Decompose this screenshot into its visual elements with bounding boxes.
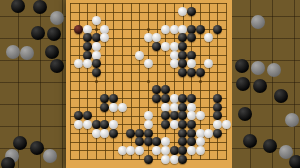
- stone-white: [92, 42, 101, 51]
- stone-black: [213, 94, 222, 103]
- stone-black: [178, 146, 187, 155]
- dimmed-black-stone: [30, 141, 44, 155]
- stone-white: [100, 129, 109, 138]
- stone-black: [83, 42, 92, 51]
- stone-white: [170, 94, 179, 103]
- stone-black: [187, 51, 196, 60]
- stone-black-marked: [74, 25, 83, 34]
- dimmed-black-stone: [45, 45, 59, 59]
- star-point: [147, 80, 150, 83]
- stone-white: [92, 16, 101, 25]
- stone-white: [152, 146, 161, 155]
- stone-black: [92, 120, 101, 129]
- stone-white: [161, 155, 170, 164]
- dimmed-black-stone: [47, 27, 61, 41]
- stone-white: [187, 146, 196, 155]
- stone-black: [100, 94, 109, 103]
- dimmed-black-stone: [253, 79, 267, 93]
- stone-white: [170, 120, 179, 129]
- stone-white: [170, 103, 179, 112]
- stone-black: [187, 25, 196, 34]
- dimmed-white-stone: [20, 46, 34, 60]
- stone-white: [144, 111, 153, 120]
- stone-black: [161, 85, 170, 94]
- dimmed-white-stone: [251, 61, 265, 75]
- dimmed-black-stone: [31, 26, 45, 40]
- stone-black: [126, 129, 135, 138]
- dimmed-white-stone: [267, 63, 281, 77]
- star-point: [147, 28, 150, 31]
- dimmed-black-stone: [1, 157, 15, 168]
- stone-black: [213, 129, 222, 138]
- stone-black: [109, 129, 118, 138]
- dimmed-black-stone: [243, 134, 257, 148]
- stone-black: [178, 103, 187, 112]
- stone-black: [135, 137, 144, 146]
- stone-white: [170, 59, 179, 68]
- stone-white: [100, 25, 109, 34]
- stone-white: [109, 103, 118, 112]
- stone-black: [178, 129, 187, 138]
- stone-white: [161, 146, 170, 155]
- stone-white: [144, 120, 153, 129]
- stone-white: [126, 146, 135, 155]
- stone-white: [92, 51, 101, 60]
- stone-black: [213, 103, 222, 112]
- stone-white: [144, 59, 153, 68]
- dimmed-white-stone: [285, 113, 299, 127]
- dimmed-black-stone: [50, 59, 64, 73]
- stone-white: [170, 25, 179, 34]
- go-board[interactable]: [66, 0, 232, 168]
- star-point: [95, 28, 98, 31]
- stone-black: [196, 68, 205, 77]
- stone-black: [178, 120, 187, 129]
- dimmed-white-stone: [251, 15, 265, 29]
- stone-black: [135, 129, 144, 138]
- stone-black: [178, 42, 187, 51]
- stone-black: [187, 120, 196, 129]
- stone-black: [187, 94, 196, 103]
- stone-white: [83, 120, 92, 129]
- stone-black: [144, 129, 153, 138]
- star-point: [95, 80, 98, 83]
- stone-black: [109, 94, 118, 103]
- stone-white: [187, 111, 196, 120]
- stone-white: [161, 103, 170, 112]
- dimmed-black-stone: [263, 139, 277, 153]
- stone-white: [196, 146, 205, 155]
- dimmed-white-stone: [43, 149, 57, 163]
- dimmed-black-stone: [13, 136, 27, 150]
- stone-white: [213, 120, 222, 129]
- stone-black: [83, 111, 92, 120]
- stone-black: [92, 59, 101, 68]
- stone-black: [83, 33, 92, 42]
- stone-black: [152, 42, 161, 51]
- screenshot-root: [0, 0, 300, 168]
- stone-black: [83, 51, 92, 60]
- stone-black: [196, 25, 205, 34]
- stone-black: [187, 129, 196, 138]
- stone-black: [178, 51, 187, 60]
- stone-white: [74, 120, 83, 129]
- stone-white: [135, 51, 144, 60]
- stone-white: [118, 103, 127, 112]
- stone-white: [83, 25, 92, 34]
- dimmed-black-stone: [238, 107, 252, 121]
- stone-black: [152, 94, 161, 103]
- stone-black: [161, 120, 170, 129]
- stone-black: [161, 94, 170, 103]
- stone-black: [170, 146, 179, 155]
- stone-black: [100, 120, 109, 129]
- stone-black: [178, 94, 187, 103]
- dimmed-black-stone: [236, 77, 250, 91]
- stone-white: [135, 146, 144, 155]
- stone-black: [187, 7, 196, 16]
- stone-white: [196, 129, 205, 138]
- background-board-left: [0, 0, 66, 168]
- stone-black: [187, 68, 196, 77]
- stone-white: [196, 137, 205, 146]
- stone-white: [187, 59, 196, 68]
- dimmed-black-stone: [33, 0, 47, 14]
- stone-white: [170, 42, 179, 51]
- stone-black: [92, 33, 101, 42]
- star-point: [199, 80, 202, 83]
- stone-black: [178, 155, 187, 164]
- dimmed-black-stone: [289, 155, 300, 168]
- stone-white: [222, 120, 231, 129]
- background-board-right: [232, 0, 300, 168]
- stone-white: [161, 137, 170, 146]
- stone-white: [109, 120, 118, 129]
- stone-white: [204, 129, 213, 138]
- stone-black: [187, 137, 196, 146]
- stone-black: [170, 111, 179, 120]
- dimmed-black-stone: [235, 59, 249, 73]
- stone-white: [170, 155, 179, 164]
- stone-white: [161, 42, 170, 51]
- dimmed-black-stone: [274, 89, 288, 103]
- stone-white: [170, 51, 179, 60]
- stone-black: [144, 155, 153, 164]
- stone-black: [144, 137, 153, 146]
- dimmed-white-stone: [50, 11, 64, 25]
- stone-white: [161, 25, 170, 34]
- stone-white: [83, 59, 92, 68]
- stone-white: [92, 129, 101, 138]
- stone-black: [213, 111, 222, 120]
- stone-black: [161, 111, 170, 120]
- stone-white: [178, 25, 187, 34]
- stone-white: [196, 111, 205, 120]
- stone-black: [213, 25, 222, 34]
- stone-black: [92, 68, 101, 77]
- stone-black: [178, 68, 187, 77]
- stone-black: [187, 33, 196, 42]
- stone-white: [144, 33, 153, 42]
- stone-white: [118, 146, 127, 155]
- stone-black: [100, 103, 109, 112]
- dimmed-white-stone: [6, 45, 20, 59]
- stone-white: [187, 103, 196, 112]
